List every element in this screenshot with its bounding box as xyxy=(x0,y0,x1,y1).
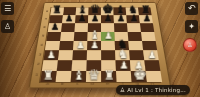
piece-black-pawn-g7[interactable]: ♟ xyxy=(129,14,137,23)
square-a5[interactable] xyxy=(46,32,61,41)
square-g1[interactable]: ♚ xyxy=(131,71,147,82)
square-g7[interactable]: ♟ xyxy=(126,15,140,23)
undo-button[interactable]: ↶ xyxy=(185,2,198,15)
piece-black-pawn-a6[interactable]: ♟ xyxy=(50,23,58,32)
undo-arrow-icon: ↶ xyxy=(188,4,196,13)
file-label-b: b xyxy=(55,81,71,86)
piece-white-bishop-c1[interactable]: ♝ xyxy=(73,69,85,82)
square-f2[interactable]: ♟ xyxy=(116,60,131,71)
square-b4[interactable] xyxy=(59,41,74,50)
piece-black-pawn-e7[interactable]: ♟ xyxy=(103,14,111,23)
square-d7[interactable]: ♟ xyxy=(88,15,101,23)
status-text: AI Lvl 1 : Thinking... xyxy=(127,87,186,93)
square-a6[interactable]: ♟ xyxy=(48,23,62,32)
board-tilt: ♜♝♛♚♝♞♜♟♟♟♟♟♟♟♟♝♟♟♟♞♟♞♟♟♟♜♝♛♜♚ abcdefgh … xyxy=(28,2,171,88)
piece-white-pawn-a3[interactable]: ♟ xyxy=(46,50,55,60)
square-h6[interactable] xyxy=(140,23,154,32)
badge-pawn-icon: ♙ xyxy=(187,42,192,48)
square-e4[interactable] xyxy=(101,41,115,50)
square-d3[interactable] xyxy=(87,50,101,60)
square-d1[interactable]: ♛ xyxy=(86,71,101,82)
piece-black-pawn-b7[interactable]: ♟ xyxy=(65,14,73,23)
rank-label-8: 8 xyxy=(44,7,51,15)
piece-white-pawn-e5[interactable]: ♟ xyxy=(104,31,112,40)
hint-button[interactable]: ✦ xyxy=(185,20,198,33)
square-f7[interactable]: ♟ xyxy=(114,15,127,23)
piece-white-pawn-f2[interactable]: ♟ xyxy=(119,61,128,71)
square-a1[interactable]: ♜ xyxy=(40,71,57,82)
piece-black-pawn-f7[interactable]: ♟ xyxy=(116,14,124,23)
hint-sparkle-icon: ✦ xyxy=(188,23,195,31)
square-b3[interactable] xyxy=(58,50,73,60)
square-c4[interactable]: ♟ xyxy=(73,41,87,50)
square-g6[interactable] xyxy=(127,23,141,32)
square-a3[interactable]: ♟ xyxy=(43,50,59,60)
square-b7[interactable]: ♟ xyxy=(62,15,76,23)
piece-white-pawn-h3[interactable]: ♟ xyxy=(147,50,156,60)
status-pawn-icon: ♙ xyxy=(120,87,125,93)
pawn-outline-icon: ♙ xyxy=(4,23,11,31)
square-h7[interactable]: ♟ xyxy=(139,15,153,23)
square-e7[interactable]: ♟ xyxy=(101,15,114,23)
square-c3[interactable] xyxy=(72,50,87,60)
chess-app-screen: ♜♝♛♚♝♞♜♟♟♟♟♟♟♟♟♝♟♟♟♞♟♞♟♟♟♜♝♛♜♚ abcdefgh … xyxy=(0,0,200,97)
board-frame: ♜♝♛♚♝♞♜♟♟♟♟♟♟♟♟♝♟♟♟♞♟♞♟♟♟♜♝♛♜♚ abcdefgh … xyxy=(28,2,171,88)
square-b5[interactable] xyxy=(60,32,74,41)
status-toast: ♙ AI Lvl 1 : Thinking... xyxy=(116,85,190,95)
piece-white-king-g1[interactable]: ♚ xyxy=(132,67,146,82)
square-e3[interactable] xyxy=(101,50,115,60)
pieces-button[interactable]: ♙ xyxy=(1,20,14,33)
square-c1[interactable]: ♝ xyxy=(71,71,87,82)
square-e5[interactable]: ♟ xyxy=(101,32,115,41)
piece-black-pawn-d7[interactable]: ♟ xyxy=(90,14,98,23)
square-a8[interactable]: ♜ xyxy=(50,7,64,15)
square-c7[interactable]: ♟ xyxy=(75,15,88,23)
square-b2[interactable] xyxy=(57,60,73,71)
piece-white-rook-a1[interactable]: ♜ xyxy=(42,69,54,82)
square-d4[interactable]: ♟ xyxy=(87,41,101,50)
board-grid: ♜♝♛♚♝♞♜♟♟♟♟♟♟♟♟♝♟♟♟♞♟♞♟♟♟♜♝♛♜♚ xyxy=(40,7,160,82)
piece-black-pawn-c7[interactable]: ♟ xyxy=(78,14,86,23)
menu-button[interactable]: ☰ xyxy=(1,2,14,15)
piece-white-pawn-c4[interactable]: ♟ xyxy=(76,41,85,51)
hamburger-icon: ☰ xyxy=(4,5,11,13)
square-g5[interactable] xyxy=(128,32,142,41)
square-b6[interactable] xyxy=(61,23,75,32)
square-e1[interactable]: ♜ xyxy=(101,71,116,82)
square-g4[interactable] xyxy=(128,41,143,50)
square-h5[interactable] xyxy=(141,32,156,41)
piece-black-rook-a8[interactable]: ♜ xyxy=(52,5,62,16)
piece-white-pawn-d4[interactable]: ♟ xyxy=(90,41,99,51)
piece-white-rook-e1[interactable]: ♜ xyxy=(103,69,115,82)
alert-badge[interactable]: ♙ xyxy=(183,38,197,52)
square-f6[interactable] xyxy=(114,23,128,32)
square-h3[interactable]: ♟ xyxy=(143,50,159,60)
piece-black-pawn-h7[interactable]: ♟ xyxy=(142,14,150,23)
piece-white-queen-d1[interactable]: ♛ xyxy=(87,68,100,82)
square-c6[interactable] xyxy=(74,23,88,32)
